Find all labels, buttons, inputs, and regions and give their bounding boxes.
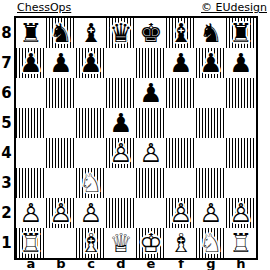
- square-b5[interactable]: [46, 108, 76, 138]
- square-d1[interactable]: ♛♕: [106, 228, 136, 258]
- file-label-c: c: [76, 258, 106, 270]
- square-b7[interactable]: ♟♟: [46, 48, 76, 78]
- black-pawn: ♟: [136, 78, 166, 108]
- black-pawn: ♟: [16, 48, 46, 78]
- black-knight: ♞: [196, 18, 226, 48]
- square-g1[interactable]: ♞♘: [196, 228, 226, 258]
- file-label-b: b: [46, 258, 76, 270]
- square-a1[interactable]: ♜♖: [16, 228, 46, 258]
- square-f3[interactable]: [166, 168, 196, 198]
- square-a8[interactable]: ♜♜: [16, 18, 46, 48]
- square-g2[interactable]: ♟♙: [196, 198, 226, 228]
- square-e6[interactable]: ♟♟: [136, 78, 166, 108]
- square-h8[interactable]: ♜♜: [226, 18, 256, 48]
- square-e4[interactable]: ♟♙: [136, 138, 166, 168]
- square-a5[interactable]: [16, 108, 46, 138]
- white-pawn: ♙: [106, 138, 136, 168]
- square-b8[interactable]: ♞♞: [46, 18, 76, 48]
- white-pawn: ♙: [136, 138, 166, 168]
- rank-labels: 87654321: [0, 18, 13, 258]
- square-e1[interactable]: ♚♔: [136, 228, 166, 258]
- credit-text: © EUdesign: [201, 1, 267, 14]
- square-a4[interactable]: [16, 138, 46, 168]
- file-label-e: e: [136, 258, 166, 270]
- white-pawn: ♙: [46, 198, 76, 228]
- black-pawn: ♟: [106, 108, 136, 138]
- square-h6[interactable]: [226, 78, 256, 108]
- white-knight: ♘: [76, 168, 106, 198]
- rank-label-1: 1: [0, 228, 13, 258]
- app-title: ChessOps: [17, 1, 71, 14]
- square-a6[interactable]: [16, 78, 46, 108]
- square-c8[interactable]: ♝♝: [76, 18, 106, 48]
- white-bishop: ♗: [76, 228, 106, 258]
- square-a3[interactable]: [16, 168, 46, 198]
- square-e7[interactable]: [136, 48, 166, 78]
- square-f2[interactable]: ♟♙: [166, 198, 196, 228]
- square-c6[interactable]: [76, 78, 106, 108]
- rank-label-7: 7: [0, 48, 13, 78]
- rank-label-5: 5: [0, 108, 13, 138]
- white-pawn: ♙: [76, 198, 106, 228]
- black-queen: ♛: [106, 18, 136, 48]
- board: ♜♜♞♞♝♝♛♛♚♚♝♝♞♞♜♜♟♟♟♟♟♟♟♟♟♟♟♟♟♟♟♟♟♙♟♙♞♘♟♙…: [16, 18, 256, 258]
- square-g5[interactable]: [196, 108, 226, 138]
- square-f7[interactable]: ♟♟: [166, 48, 196, 78]
- square-d2[interactable]: [106, 198, 136, 228]
- square-e5[interactable]: [136, 108, 166, 138]
- square-d5[interactable]: ♟♟: [106, 108, 136, 138]
- black-rook: ♜: [226, 18, 256, 48]
- square-c5[interactable]: [76, 108, 106, 138]
- square-b6[interactable]: [46, 78, 76, 108]
- titlebar: ChessOps © EUdesign: [17, 1, 267, 14]
- square-g7[interactable]: ♟♟: [196, 48, 226, 78]
- square-d7[interactable]: [106, 48, 136, 78]
- square-b3[interactable]: [46, 168, 76, 198]
- white-queen: ♕: [106, 228, 136, 258]
- file-label-h: h: [226, 258, 256, 270]
- square-c3[interactable]: ♞♘: [76, 168, 106, 198]
- black-bishop: ♝: [166, 18, 196, 48]
- square-f5[interactable]: [166, 108, 196, 138]
- black-pawn: ♟: [46, 48, 76, 78]
- square-g6[interactable]: [196, 78, 226, 108]
- black-bishop: ♝: [76, 18, 106, 48]
- square-h7[interactable]: ♟♟: [226, 48, 256, 78]
- square-f6[interactable]: [166, 78, 196, 108]
- rank-label-8: 8: [0, 18, 13, 48]
- square-g4[interactable]: [196, 138, 226, 168]
- square-b2[interactable]: ♟♙: [46, 198, 76, 228]
- black-pawn: ♟: [226, 48, 256, 78]
- square-g3[interactable]: [196, 168, 226, 198]
- file-labels: abcdefgh: [16, 258, 256, 270]
- square-d4[interactable]: ♟♙: [106, 138, 136, 168]
- white-rook: ♖: [16, 228, 46, 258]
- white-king: ♔: [136, 228, 166, 258]
- rank-label-6: 6: [0, 78, 13, 108]
- black-pawn: ♟: [76, 48, 106, 78]
- square-h5[interactable]: [226, 108, 256, 138]
- rank-label-4: 4: [0, 138, 13, 168]
- square-e3[interactable]: [136, 168, 166, 198]
- black-knight: ♞: [46, 18, 76, 48]
- square-h1[interactable]: ♜♖: [226, 228, 256, 258]
- square-a7[interactable]: ♟♟: [16, 48, 46, 78]
- square-e2[interactable]: [136, 198, 166, 228]
- white-knight: ♘: [196, 228, 226, 258]
- square-f4[interactable]: [166, 138, 196, 168]
- square-d8[interactable]: ♛♛: [106, 18, 136, 48]
- rank-label-3: 3: [0, 168, 13, 198]
- file-label-f: f: [166, 258, 196, 270]
- square-h4[interactable]: [226, 138, 256, 168]
- white-rook: ♖: [226, 228, 256, 258]
- white-pawn: ♙: [226, 198, 256, 228]
- square-a2[interactable]: ♟♙: [16, 198, 46, 228]
- square-h3[interactable]: [226, 168, 256, 198]
- black-king: ♚: [136, 18, 166, 48]
- square-d3[interactable]: [106, 168, 136, 198]
- square-d6[interactable]: [106, 78, 136, 108]
- square-e8[interactable]: ♚♚: [136, 18, 166, 48]
- white-pawn: ♙: [196, 198, 226, 228]
- square-h2[interactable]: ♟♙: [226, 198, 256, 228]
- chessops-window: ChessOps © EUdesign 87654321 ♜♜♞♞♝♝♛♛♚♚♝…: [0, 0, 270, 270]
- square-f8[interactable]: ♝♝: [166, 18, 196, 48]
- black-pawn: ♟: [166, 48, 196, 78]
- square-g8[interactable]: ♞♞: [196, 18, 226, 48]
- black-pawn: ♟: [196, 48, 226, 78]
- square-f1[interactable]: ♝♗: [166, 228, 196, 258]
- square-c2[interactable]: ♟♙: [76, 198, 106, 228]
- file-label-g: g: [196, 258, 226, 270]
- square-b1[interactable]: [46, 228, 76, 258]
- board-frame: ♜♜♞♞♝♝♛♛♚♚♝♝♞♞♜♜♟♟♟♟♟♟♟♟♟♟♟♟♟♟♟♟♟♙♟♙♞♘♟♙…: [14, 16, 258, 260]
- square-c1[interactable]: ♝♗: [76, 228, 106, 258]
- white-pawn: ♙: [16, 198, 46, 228]
- black-rook: ♜: [16, 18, 46, 48]
- white-bishop: ♗: [166, 228, 196, 258]
- white-pawn: ♙: [166, 198, 196, 228]
- square-c7[interactable]: ♟♟: [76, 48, 106, 78]
- file-label-a: a: [16, 258, 46, 270]
- square-b4[interactable]: [46, 138, 76, 168]
- file-label-d: d: [106, 258, 136, 270]
- square-c4[interactable]: [76, 138, 106, 168]
- rank-label-2: 2: [0, 198, 13, 228]
